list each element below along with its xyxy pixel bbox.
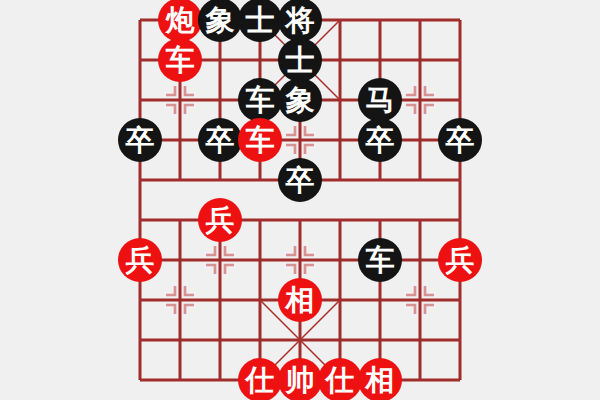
piece-red-chariot[interactable]: 车: [238, 118, 282, 162]
piece-black-elephant[interactable]: 象: [198, 0, 242, 42]
piece-black-pawn[interactable]: 卒: [278, 158, 322, 202]
piece-black-horse[interactable]: 马: [358, 78, 402, 122]
piece-black-general[interactable]: 将: [278, 0, 322, 42]
piece-black-chariot[interactable]: 车: [238, 78, 282, 122]
piece-red-pawn[interactable]: 兵: [118, 238, 162, 282]
piece-red-elephant[interactable]: 相: [358, 358, 402, 400]
piece-red-advisor[interactable]: 仕: [318, 358, 362, 400]
piece-red-elephant[interactable]: 相: [278, 278, 322, 322]
piece-black-chariot[interactable]: 车: [358, 238, 402, 282]
piece-red-cannon[interactable]: 炮: [158, 0, 202, 42]
piece-black-elephant[interactable]: 象: [278, 78, 322, 122]
piece-black-advisor[interactable]: 士: [238, 0, 282, 42]
piece-black-pawn[interactable]: 卒: [438, 118, 482, 162]
pieces-layer: 炮象士将车士车象马卒卒车卒卒卒兵兵车兵相仕帅仕相: [0, 0, 600, 400]
piece-red-chariot[interactable]: 车: [158, 38, 202, 82]
piece-red-pawn[interactable]: 兵: [438, 238, 482, 282]
piece-black-pawn[interactable]: 卒: [118, 118, 162, 162]
piece-red-general[interactable]: 帅: [278, 358, 322, 400]
xiangqi-board[interactable]: 炮象士将车士车象马卒卒车卒卒卒兵兵车兵相仕帅仕相: [0, 0, 600, 400]
piece-red-pawn[interactable]: 兵: [198, 198, 242, 242]
piece-black-pawn[interactable]: 卒: [358, 118, 402, 162]
piece-black-advisor[interactable]: 士: [278, 38, 322, 82]
piece-black-pawn[interactable]: 卒: [198, 118, 242, 162]
piece-red-advisor[interactable]: 仕: [238, 358, 282, 400]
